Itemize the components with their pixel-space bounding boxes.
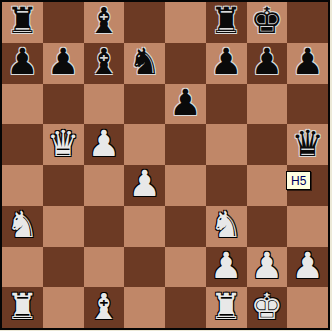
square-a5[interactable] (2, 124, 43, 165)
square-g6[interactable] (247, 84, 288, 125)
square-c5[interactable]: ♟ (84, 124, 125, 165)
black-queen-piece[interactable]: ♛ (291, 126, 323, 162)
square-c2[interactable] (84, 247, 125, 288)
black-pawn-piece[interactable]: ♟ (47, 44, 79, 80)
square-g3[interactable] (247, 206, 288, 247)
black-pawn-piece[interactable]: ♟ (291, 44, 323, 80)
square-f1[interactable]: ♜ (206, 287, 247, 328)
square-d7[interactable]: ♞ (124, 43, 165, 84)
square-a7[interactable]: ♟ (2, 43, 43, 84)
square-tooltip: H5 (286, 171, 311, 190)
black-rook-piece[interactable]: ♜ (210, 3, 242, 39)
square-e4[interactable] (165, 165, 206, 206)
square-a6[interactable] (2, 84, 43, 125)
square-a3[interactable]: ♞ (2, 206, 43, 247)
square-c7[interactable]: ♝ (84, 43, 125, 84)
square-b1[interactable] (43, 287, 84, 328)
white-pawn-piece[interactable]: ♟ (88, 126, 120, 162)
black-pawn-piece[interactable]: ♟ (6, 44, 38, 80)
square-d5[interactable] (124, 124, 165, 165)
square-g1[interactable]: ♚ (247, 287, 288, 328)
square-b3[interactable] (43, 206, 84, 247)
square-b6[interactable] (43, 84, 84, 125)
square-f8[interactable]: ♜ (206, 2, 247, 43)
square-c3[interactable] (84, 206, 125, 247)
square-f4[interactable] (206, 165, 247, 206)
square-e1[interactable] (165, 287, 206, 328)
square-g7[interactable]: ♟ (247, 43, 288, 84)
black-pawn-piece[interactable]: ♟ (251, 44, 283, 80)
black-bishop-piece[interactable]: ♝ (88, 44, 120, 80)
square-h1[interactable] (287, 287, 328, 328)
square-c1[interactable]: ♝ (84, 287, 125, 328)
square-e2[interactable] (165, 247, 206, 288)
white-bishop-piece[interactable]: ♝ (88, 289, 120, 325)
black-king-piece[interactable]: ♚ (251, 3, 283, 39)
black-rook-piece[interactable]: ♜ (6, 3, 38, 39)
square-b7[interactable]: ♟ (43, 43, 84, 84)
square-f6[interactable] (206, 84, 247, 125)
square-h2[interactable]: ♟ (287, 247, 328, 288)
square-h6[interactable] (287, 84, 328, 125)
square-d4[interactable]: ♟ (124, 165, 165, 206)
white-rook-piece[interactable]: ♜ (6, 289, 38, 325)
square-c4[interactable] (84, 165, 125, 206)
square-f7[interactable]: ♟ (206, 43, 247, 84)
square-a8[interactable]: ♜ (2, 2, 43, 43)
square-e7[interactable] (165, 43, 206, 84)
square-h5[interactable]: ♛ (287, 124, 328, 165)
square-f5[interactable] (206, 124, 247, 165)
white-pawn-piece[interactable]: ♟ (251, 248, 283, 284)
square-e8[interactable] (165, 2, 206, 43)
square-b5[interactable]: ♛ (43, 124, 84, 165)
black-knight-piece[interactable]: ♞ (128, 44, 160, 80)
white-king-piece[interactable]: ♚ (251, 289, 283, 325)
white-pawn-piece[interactable]: ♟ (291, 248, 323, 284)
square-d8[interactable] (124, 2, 165, 43)
white-rook-piece[interactable]: ♜ (210, 289, 242, 325)
square-e5[interactable] (165, 124, 206, 165)
square-a1[interactable]: ♜ (2, 287, 43, 328)
square-g4[interactable] (247, 165, 288, 206)
square-e3[interactable] (165, 206, 206, 247)
square-g5[interactable] (247, 124, 288, 165)
black-pawn-piece[interactable]: ♟ (210, 44, 242, 80)
square-a4[interactable] (2, 165, 43, 206)
square-b2[interactable] (43, 247, 84, 288)
square-d6[interactable] (124, 84, 165, 125)
square-d2[interactable] (124, 247, 165, 288)
white-knight-piece[interactable]: ♞ (210, 207, 242, 243)
black-bishop-piece[interactable]: ♝ (88, 3, 120, 39)
square-f3[interactable]: ♞ (206, 206, 247, 247)
square-b4[interactable] (43, 165, 84, 206)
square-a2[interactable] (2, 247, 43, 288)
square-e6[interactable]: ♟ (165, 84, 206, 125)
square-c8[interactable]: ♝ (84, 2, 125, 43)
square-d1[interactable] (124, 287, 165, 328)
square-h3[interactable] (287, 206, 328, 247)
square-g8[interactable]: ♚ (247, 2, 288, 43)
square-b8[interactable] (43, 2, 84, 43)
square-h8[interactable] (287, 2, 328, 43)
black-pawn-piece[interactable]: ♟ (169, 85, 201, 121)
white-queen-piece[interactable]: ♛ (47, 126, 79, 162)
square-h7[interactable]: ♟ (287, 43, 328, 84)
white-pawn-piece[interactable]: ♟ (210, 248, 242, 284)
square-c6[interactable] (84, 84, 125, 125)
white-pawn-piece[interactable]: ♟ (128, 166, 160, 202)
square-g2[interactable]: ♟ (247, 247, 288, 288)
square-d3[interactable] (124, 206, 165, 247)
square-f2[interactable]: ♟ (206, 247, 247, 288)
white-knight-piece[interactable]: ♞ (6, 207, 38, 243)
chess-board: ♜♝♜♚♟♟♝♞♟♟♟♟♛♟♛♟♞♞♟♟♟♜♝♜♚ (0, 0, 330, 330)
